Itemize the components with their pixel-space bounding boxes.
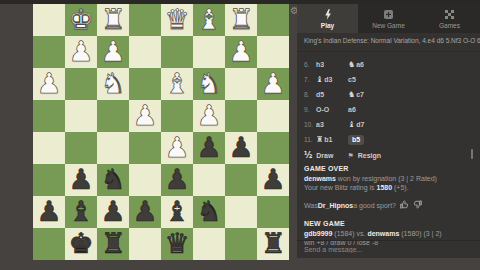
move-9-black[interactable]: a6 [348,106,380,113]
actions-row: ½ Draw ⚑ Resign [297,147,480,164]
square-b8[interactable] [225,228,257,260]
figurine-b-icon: ♝ [348,120,355,129]
new-game-title: NEW GAME [304,219,480,229]
piece-white-e4[interactable]: ♟ [129,100,161,132]
square-c5[interactable]: ♟ [193,132,225,164]
square-a4[interactable] [257,100,289,132]
piece-black-g6[interactable]: ♟ [65,164,97,196]
move-list: 6.h3♞a67.♝d3c58.d5♞c79.O-Oa610.a3♝d711.♜… [297,52,480,147]
figurine-b-icon: ♝ [316,75,323,84]
square-g5[interactable] [65,132,97,164]
move-row-7: 7.♝d3c5 [297,72,480,87]
piece-white-a3[interactable]: ♟ [257,68,289,100]
piece-black-g7[interactable]: ♝ [65,196,97,228]
square-f6[interactable]: ♞ [97,164,129,196]
square-h3[interactable]: ♟ [33,68,65,100]
vs-text: vs. [357,230,368,237]
piece-white-b2[interactable]: ♟ [225,36,257,68]
move-number: 9. [304,106,316,113]
square-a1[interactable] [257,4,289,36]
square-f1[interactable]: ♜ [97,4,129,36]
chat-bar [297,240,480,258]
piece-white-g1[interactable]: ♚ [65,4,97,36]
move-11-white[interactable]: ♜b1 [316,135,348,144]
square-g2[interactable]: ♟ [65,36,97,68]
game-over-title: GAME OVER [304,164,480,174]
square-d1[interactable]: ♛ [161,4,193,36]
winner-name: denwams [304,175,336,182]
square-h2[interactable] [33,36,65,68]
square-e5[interactable] [129,132,161,164]
figurine-n-icon: ♞ [348,60,355,69]
square-a7[interactable] [257,196,289,228]
move-7-white[interactable]: ♝d3 [316,75,348,84]
square-h5[interactable] [33,132,65,164]
tab-games[interactable]: Games [419,4,480,33]
square-d6[interactable]: ♟ [161,164,193,196]
grid-icon [445,9,454,20]
move-row-6: 6.h3♞a6 [297,57,480,72]
result-text: won by resignation (3 | 2 Rated) [336,175,437,182]
piece-black-f8[interactable]: ♜ [97,228,129,260]
square-h8[interactable] [33,228,65,260]
square-c4[interactable]: ♟ [193,100,225,132]
move-8-white[interactable]: d5 [316,91,348,98]
square-h4[interactable] [33,100,65,132]
piece-black-f7[interactable]: ♟ [97,196,129,228]
piece-black-b5[interactable]: ♟ [225,132,257,164]
piece-black-d6[interactable]: ♟ [161,164,193,196]
piece-white-f2[interactable]: ♟ [97,36,129,68]
piece-white-b1[interactable]: ♜ [225,4,257,36]
square-d2[interactable] [161,36,193,68]
player1-name: gdb9999 [304,230,332,237]
square-h7[interactable]: ♟ [33,196,65,228]
square-b3[interactable] [225,68,257,100]
draw-half-icon: ½ [304,151,312,160]
resign-button[interactable]: Resign [358,152,381,159]
square-a8[interactable]: ♜ [257,228,289,260]
move-row-11: 11.♜b1b5 [297,132,480,147]
rating-line: Your new Blitz rating is 1580 (+5). [304,183,480,193]
player2-name: denwams [367,230,399,237]
draw-button[interactable]: Draw [316,152,333,159]
piece-white-f1[interactable]: ♜ [97,4,129,36]
sport-text-pre: Was [304,201,318,211]
square-e2[interactable] [129,36,161,68]
square-b6[interactable] [225,164,257,196]
square-d7[interactable]: ♝ [161,196,193,228]
square-e8[interactable] [129,228,161,260]
square-b2[interactable]: ♟ [225,36,257,68]
square-f8[interactable]: ♜ [97,228,129,260]
square-e3[interactable] [129,68,161,100]
square-f3[interactable]: ♞ [97,68,129,100]
square-a3[interactable]: ♟ [257,68,289,100]
square-e6[interactable] [129,164,161,196]
thumbs-down-button[interactable] [413,200,422,212]
piece-black-e7[interactable]: ♟ [129,196,161,228]
player1-rating: (1584) [332,230,356,237]
square-g8[interactable]: ♚ [65,228,97,260]
piece-black-g8[interactable]: ♚ [65,228,97,260]
piece-black-d8[interactable]: ♛ [161,228,193,260]
square-e7[interactable]: ♟ [129,196,161,228]
square-e4[interactable]: ♟ [129,100,161,132]
figurine-r-icon: ♜ [316,135,323,144]
square-b4[interactable] [225,100,257,132]
good-sport-line: Was Dr_Hipnos a good sport? [304,200,480,212]
square-f7[interactable]: ♟ [97,196,129,228]
square-d8[interactable]: ♛ [161,228,193,260]
sport-text-post: a good sport? [353,201,396,211]
move-number: 10. [304,121,316,128]
figurine-n-icon: ♞ [348,90,355,99]
move-row-9: 9.O-Oa6 [297,102,480,117]
move-9-white[interactable]: O-O [316,106,348,113]
tab-new-game-label: New Game [372,22,405,29]
square-c2[interactable] [193,36,225,68]
piece-white-c3[interactable]: ♞ [193,68,225,100]
new-rating: 1580 [377,184,393,191]
scrollbar-thumb[interactable] [471,149,473,159]
piece-white-g2[interactable]: ♟ [65,36,97,68]
rating-text-post: (+5). [392,184,409,191]
square-f5[interactable] [97,132,129,164]
resign-flag-icon: ⚑ [347,152,353,160]
tab-new-game[interactable]: New Game [358,4,419,33]
piece-white-c4[interactable]: ♟ [193,100,225,132]
lightning-icon [324,9,332,20]
square-c3[interactable]: ♞ [193,68,225,100]
move-10-white[interactable]: a3 [316,121,348,128]
player2-rating: (1580) (3 | 2) [399,230,441,237]
move-10-black[interactable]: ♝d7 [348,120,380,129]
square-c7[interactable]: ♞ [193,196,225,228]
square-b5[interactable]: ♟ [225,132,257,164]
move-row-8: 8.d5♞c7 [297,87,480,102]
square-g1[interactable]: ♚ [65,4,97,36]
square-d3[interactable]: ♝ [161,68,193,100]
square-c6[interactable] [193,164,225,196]
square-h1[interactable] [33,4,65,36]
piece-white-d3[interactable]: ♝ [161,68,193,100]
move-6-black[interactable]: ♞a6 [348,60,380,69]
sidebar-panel: Play New Game Games King's Indian Defens… [297,4,480,258]
move-6-white[interactable]: h3 [316,61,348,68]
square-b7[interactable] [225,196,257,228]
square-f4[interactable] [97,100,129,132]
opening-name: King's Indian Defense: Normal Variation,… [297,33,480,52]
square-g3[interactable] [65,68,97,100]
piece-black-c5[interactable]: ♟ [193,132,225,164]
tab-bar: Play New Game Games [297,4,480,33]
square-b1[interactable]: ♜ [225,4,257,36]
move-number: 6. [304,61,316,68]
piece-white-f3[interactable]: ♞ [97,68,129,100]
rating-text-pre: Your new Blitz rating is [304,184,377,191]
piece-black-c7[interactable]: ♞ [193,196,225,228]
move-number: 11. [304,136,316,143]
piece-black-f6[interactable]: ♞ [97,164,129,196]
piece-white-d5[interactable]: ♟ [161,132,193,164]
piece-white-d1[interactable]: ♛ [161,4,193,36]
chat-input[interactable] [297,246,480,253]
tab-play[interactable]: Play [297,4,358,33]
piece-black-d7[interactable]: ♝ [161,196,193,228]
move-8-black[interactable]: ♞c7 [348,90,380,99]
piece-white-h3[interactable]: ♟ [33,68,65,100]
chess-board[interactable]: ♚♜♛♝♜♟♟♟♟♞♝♞♟♟♟♟♟♟♟♞♟♟♟♝♟♟♝♞♚♜♛♜ [33,4,289,260]
piece-black-a6[interactable]: ♟ [257,164,289,196]
plus-square-icon [384,9,393,20]
opponent-name: Dr_Hipnos [318,201,353,211]
pairing-line: gdb9999 (1584) vs. denwams (1580) (3 | 2… [304,229,480,239]
move-number: 7. [304,76,316,83]
tab-games-label: Games [439,22,460,29]
game-over-result-line: denwams won by resignation (3 | 2 Rated) [304,174,480,184]
square-a6[interactable]: ♟ [257,164,289,196]
square-g6[interactable]: ♟ [65,164,97,196]
square-e1[interactable] [129,4,161,36]
square-h6[interactable] [33,164,65,196]
square-g7[interactable]: ♝ [65,196,97,228]
piece-white-c1[interactable]: ♝ [193,4,225,36]
square-c1[interactable]: ♝ [193,4,225,36]
move-number: 8. [304,91,316,98]
move-11-black[interactable]: b5 [348,135,380,145]
tab-play-label: Play [321,22,334,29]
thumbs-up-button[interactable] [400,200,409,212]
square-d4[interactable] [161,100,193,132]
game-over-block: GAME OVER denwams won by resignation (3 … [297,164,480,211]
square-a2[interactable] [257,36,289,68]
move-7-black[interactable]: c5 [348,76,380,83]
square-d5[interactable]: ♟ [161,132,193,164]
square-g4[interactable] [65,100,97,132]
piece-black-a8[interactable]: ♜ [257,228,289,260]
move-row-10: 10.a3♝d7 [297,117,480,132]
piece-black-h7[interactable]: ♟ [33,196,65,228]
square-f2[interactable]: ♟ [97,36,129,68]
square-a5[interactable] [257,132,289,164]
square-c8[interactable] [193,228,225,260]
